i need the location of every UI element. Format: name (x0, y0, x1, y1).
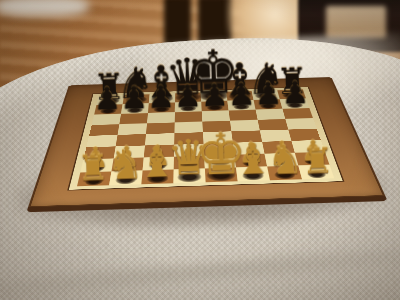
piece-black-pawn-a7: ♟ (93, 84, 122, 114)
chess-photo-scene: ♜♞♝♛♚♝♞♜♟♟♟♟♟♟♟♟♟♟♟♟♟♟♟♟♜♞♝♛♚♝♞♜ (0, 0, 400, 300)
piece-white-knight-g1: ♞ (266, 139, 304, 179)
square-g7: ♟ (254, 99, 283, 109)
square-g1: ♞ (267, 166, 302, 181)
square-a7: ♟ (94, 104, 123, 115)
square-e1: ♚ (205, 168, 238, 183)
piece-black-pawn-d7: ♟ (173, 81, 202, 111)
square-e7: ♟ (201, 101, 228, 111)
piece-black-pawn-e7: ♟ (200, 80, 229, 110)
piece-white-rook-a1: ♜ (77, 151, 109, 185)
square-a5 (89, 124, 119, 136)
square-c6 (147, 112, 175, 123)
square-b7: ♟ (121, 103, 149, 114)
square-g6 (256, 109, 286, 120)
piece-black-pawn-h7: ♟ (281, 78, 310, 108)
board-perspective-wrapper: ♜♞♝♛♚♝♞♜♟♟♟♟♟♟♟♟♟♟♟♟♟♟♟♟♜♞♝♛♚♝♞♜ (68, 43, 334, 246)
board-inner-border: ♜♞♝♛♚♝♞♜♟♟♟♟♟♟♟♟♟♟♟♟♟♟♟♟♜♞♝♛♚♝♞♜ (69, 87, 343, 190)
square-c1: ♝ (141, 170, 173, 185)
piece-black-pawn-f7: ♟ (227, 79, 256, 109)
board-grid: ♜♞♝♛♚♝♞♜♟♟♟♟♟♟♟♟♟♟♟♟♟♟♟♟♜♞♝♛♚♝♞♜ (77, 89, 334, 186)
chess-board: ♜♞♝♛♚♝♞♜♟♟♟♟♟♟♟♟♟♟♟♟♟♟♟♟♜♞♝♛♚♝♞♜ (26, 77, 387, 212)
square-c7: ♟ (148, 103, 175, 113)
piece-white-knight-b1: ♞ (106, 144, 144, 184)
square-b1: ♞ (109, 171, 142, 186)
square-h7: ♟ (280, 98, 310, 108)
square-d7: ♟ (175, 102, 202, 112)
board-3d-scene: ♜♞♝♛♚♝♞♜♟♟♟♟♟♟♟♟♟♟♟♟♟♟♟♟♜♞♝♛♚♝♞♜ (46, 0, 360, 295)
piece-black-pawn-b7: ♟ (120, 83, 149, 113)
piece-white-rook-h1: ♜ (301, 144, 333, 178)
piece-black-pawn-g7: ♟ (254, 79, 283, 109)
square-f1: ♝ (236, 167, 270, 182)
square-f7: ♟ (227, 100, 255, 110)
piece-black-pawn-c7: ♟ (147, 82, 176, 112)
